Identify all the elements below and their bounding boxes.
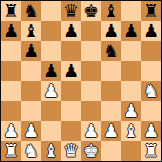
black-pawn[interactable]: ♟ [63, 61, 79, 81]
black-pawn[interactable]: ♟ [63, 21, 79, 41]
white-pawn[interactable]: ♟ [83, 121, 99, 141]
square-c7[interactable] [41, 21, 61, 41]
white-pawn[interactable]: ♟ [143, 121, 159, 141]
square-d1[interactable]: ♛ [61, 141, 81, 161]
square-h2[interactable]: ♟ [141, 121, 161, 141]
square-f4[interactable] [101, 81, 121, 101]
square-a6[interactable] [1, 41, 21, 61]
black-knight[interactable]: ♞ [103, 41, 119, 61]
black-knight[interactable]: ♞ [23, 1, 39, 21]
square-f6[interactable]: ♞ [101, 41, 121, 61]
square-b5[interactable] [21, 61, 41, 81]
square-a4[interactable] [1, 81, 21, 101]
square-g4[interactable] [121, 81, 141, 101]
square-c8[interactable] [41, 1, 61, 21]
square-e6[interactable] [81, 41, 101, 61]
black-queen[interactable]: ♛ [63, 1, 79, 21]
white-pawn[interactable]: ♟ [103, 121, 119, 141]
white-pawn[interactable]: ♟ [23, 121, 39, 141]
black-pawn[interactable]: ♟ [23, 41, 39, 61]
square-e4[interactable] [81, 81, 101, 101]
white-knight[interactable]: ♞ [23, 141, 39, 161]
square-c1[interactable]: ♝ [41, 141, 61, 161]
square-e3[interactable] [81, 101, 101, 121]
square-d5[interactable]: ♟ [61, 61, 81, 81]
square-c4[interactable]: ♟ [41, 81, 61, 101]
square-a7[interactable]: ♟ [1, 21, 21, 41]
chess-board: ♜♞♛♚♝♜♟♝♟♟♟♟♟♞♟♟♟♞♟♟♟♟♟♝♟♜♞♝♛♚♜ [0, 0, 162, 162]
square-h1[interactable]: ♜ [141, 141, 161, 161]
square-f2[interactable]: ♟ [101, 121, 121, 141]
square-h3[interactable] [141, 101, 161, 121]
white-king[interactable]: ♚ [83, 141, 99, 161]
square-g2[interactable]: ♝ [121, 121, 141, 141]
white-pawn[interactable]: ♟ [43, 81, 59, 101]
square-e1[interactable]: ♚ [81, 141, 101, 161]
square-g8[interactable] [121, 1, 141, 21]
square-b8[interactable]: ♞ [21, 1, 41, 21]
square-b7[interactable]: ♝ [21, 21, 41, 41]
square-e5[interactable] [81, 61, 101, 81]
square-a5[interactable] [1, 61, 21, 81]
square-f8[interactable]: ♝ [101, 1, 121, 21]
square-c3[interactable] [41, 101, 61, 121]
square-a3[interactable] [1, 101, 21, 121]
white-knight[interactable]: ♞ [143, 81, 159, 101]
square-g3[interactable]: ♟ [121, 101, 141, 121]
white-queen[interactable]: ♛ [63, 141, 79, 161]
white-rook[interactable]: ♜ [3, 141, 19, 161]
square-b1[interactable]: ♞ [21, 141, 41, 161]
square-f1[interactable] [101, 141, 121, 161]
square-e8[interactable]: ♚ [81, 1, 101, 21]
square-h7[interactable]: ♟ [141, 21, 161, 41]
square-c5[interactable]: ♟ [41, 61, 61, 81]
square-g7[interactable]: ♟ [121, 21, 141, 41]
square-c6[interactable] [41, 41, 61, 61]
white-bishop[interactable]: ♝ [43, 141, 59, 161]
square-f3[interactable] [101, 101, 121, 121]
white-pawn[interactable]: ♟ [3, 121, 19, 141]
black-rook[interactable]: ♜ [143, 1, 159, 21]
black-pawn[interactable]: ♟ [123, 21, 139, 41]
square-d3[interactable] [61, 101, 81, 121]
white-rook[interactable]: ♜ [143, 141, 159, 161]
square-d7[interactable]: ♟ [61, 21, 81, 41]
black-king[interactable]: ♚ [83, 1, 99, 21]
square-b2[interactable]: ♟ [21, 121, 41, 141]
black-bishop[interactable]: ♝ [23, 21, 39, 41]
square-h5[interactable] [141, 61, 161, 81]
square-b6[interactable]: ♟ [21, 41, 41, 61]
black-bishop[interactable]: ♝ [103, 1, 119, 21]
black-rook[interactable]: ♜ [3, 1, 19, 21]
square-e7[interactable] [81, 21, 101, 41]
square-g6[interactable] [121, 41, 141, 61]
square-h4[interactable]: ♞ [141, 81, 161, 101]
square-d4[interactable] [61, 81, 81, 101]
square-d8[interactable]: ♛ [61, 1, 81, 21]
black-pawn[interactable]: ♟ [3, 21, 19, 41]
square-d2[interactable] [61, 121, 81, 141]
square-d6[interactable] [61, 41, 81, 61]
square-f5[interactable] [101, 61, 121, 81]
black-pawn[interactable]: ♟ [103, 21, 119, 41]
square-h8[interactable]: ♜ [141, 1, 161, 21]
square-a8[interactable]: ♜ [1, 1, 21, 21]
square-e2[interactable]: ♟ [81, 121, 101, 141]
square-b4[interactable] [21, 81, 41, 101]
square-b3[interactable] [21, 101, 41, 121]
black-pawn[interactable]: ♟ [43, 61, 59, 81]
black-pawn[interactable]: ♟ [143, 21, 159, 41]
square-f7[interactable]: ♟ [101, 21, 121, 41]
square-h6[interactable] [141, 41, 161, 61]
square-g1[interactable] [121, 141, 141, 161]
square-a1[interactable]: ♜ [1, 141, 21, 161]
white-bishop[interactable]: ♝ [123, 121, 139, 141]
square-c2[interactable] [41, 121, 61, 141]
square-a2[interactable]: ♟ [1, 121, 21, 141]
white-pawn[interactable]: ♟ [123, 101, 139, 121]
square-g5[interactable] [121, 61, 141, 81]
